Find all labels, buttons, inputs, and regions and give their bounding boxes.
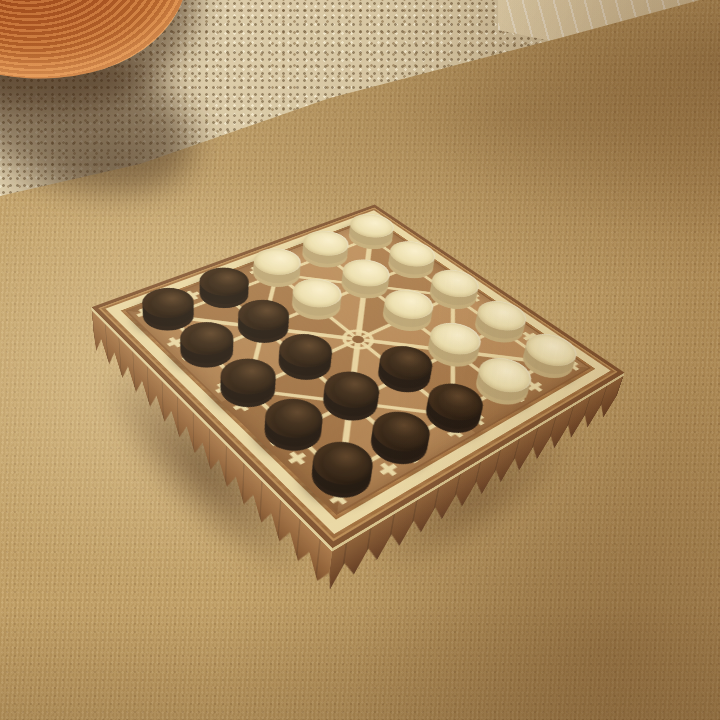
scene <box>146 128 569 551</box>
